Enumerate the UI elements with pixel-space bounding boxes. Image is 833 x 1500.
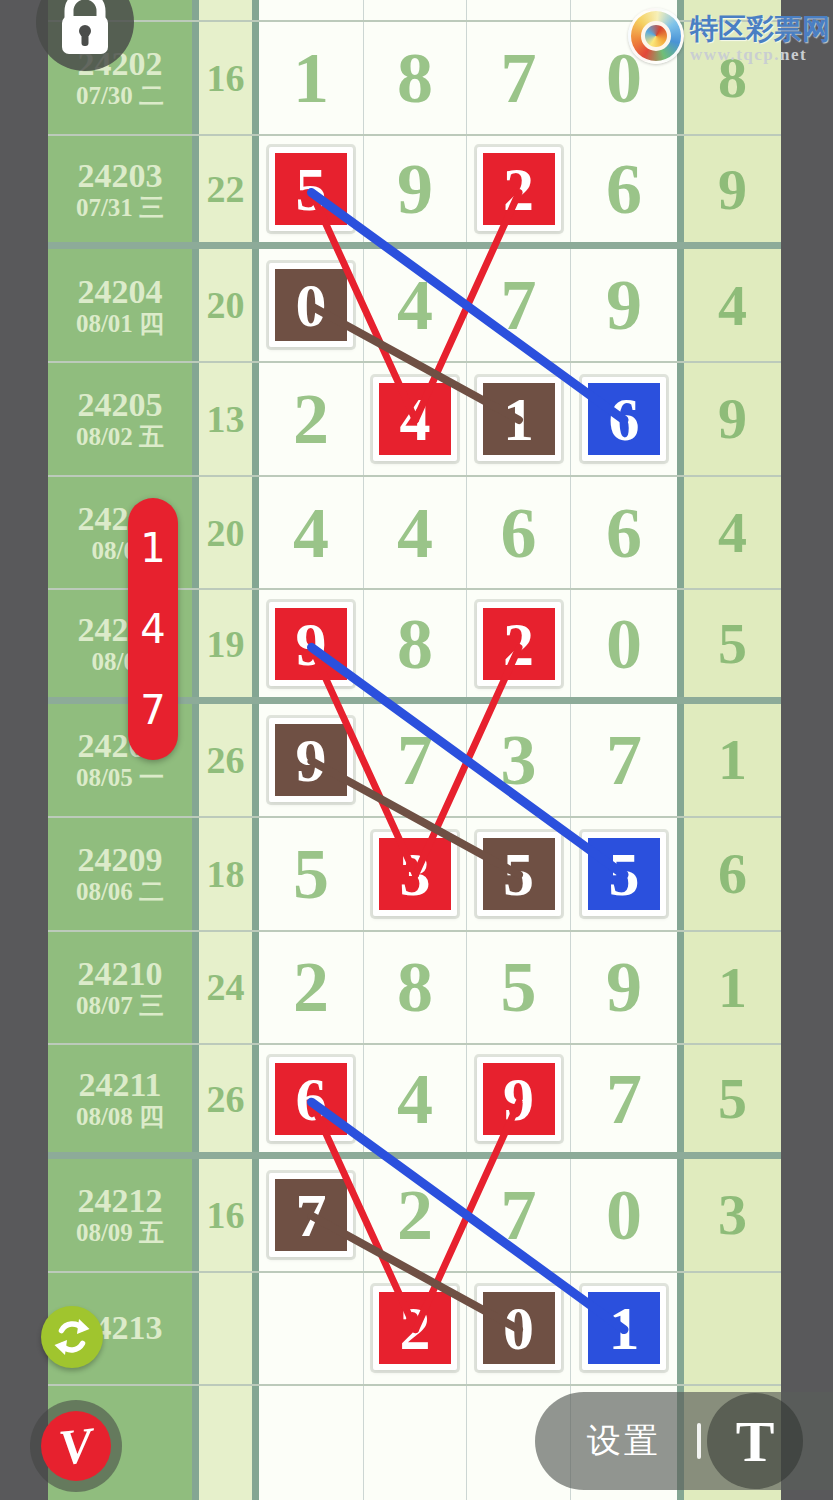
lock-icon xyxy=(36,0,134,71)
digit-square-brown: 5 xyxy=(477,832,561,916)
digit-plain: 7 xyxy=(606,1063,642,1135)
digit-cell: 2 xyxy=(259,932,364,1044)
sum-cell: 16 xyxy=(192,22,259,134)
digit-square-brown: 0 xyxy=(269,263,353,347)
digit-plain: 0 xyxy=(606,1179,642,1251)
digit-square-red: 2 xyxy=(477,147,561,231)
digit-cell: 5 xyxy=(259,818,364,930)
digit-plain: 2 xyxy=(293,951,329,1023)
trend-row-24203: 2420307/31 三2259269 xyxy=(48,136,781,250)
period-cell: 2421208/09 五 xyxy=(48,1159,192,1271)
digit-plain: 8 xyxy=(397,951,433,1023)
settings-bar: 设置 T xyxy=(535,1392,833,1490)
digit-cell: 7 xyxy=(364,704,467,816)
sum-cell xyxy=(192,0,259,20)
refresh-icon xyxy=(41,1306,103,1368)
digit-cell: 4 xyxy=(259,477,364,589)
selected-number[interactable]: 7 xyxy=(140,690,165,730)
tail-cell: 9 xyxy=(684,136,781,243)
digit-cell: 6 xyxy=(571,477,684,589)
digit-cell: 5 xyxy=(467,932,571,1044)
tail-cell: 5 xyxy=(684,1045,781,1152)
digit-plain: 4 xyxy=(293,497,329,569)
digit-cell xyxy=(259,1386,364,1500)
sum-cell xyxy=(192,1386,259,1500)
tail-cell: 5 xyxy=(684,590,781,697)
digit-cell: 2 xyxy=(259,363,364,475)
digit-plain: 7 xyxy=(397,724,433,796)
digit-square-red: 5 xyxy=(269,147,353,231)
digit-plain: 2 xyxy=(397,1179,433,1251)
digit-plain: 0 xyxy=(606,608,642,680)
tail-cell: 9 xyxy=(684,363,781,475)
digit-square-blue: 1 xyxy=(582,1286,666,1370)
digit-cell: 9 xyxy=(364,136,467,243)
trend-row-24210: 2421008/07 三2428591 xyxy=(48,932,781,1046)
digit-cell: 9 xyxy=(571,249,684,361)
period-date: 08/01 四 xyxy=(76,311,164,336)
digit-cell: 0 xyxy=(571,1159,684,1271)
period-number: 24204 xyxy=(78,275,163,309)
refresh-button[interactable] xyxy=(41,1306,103,1368)
text-tool-icon: T xyxy=(736,1408,775,1475)
digit-plain: 8 xyxy=(397,42,433,114)
period-cell: 2421108/08 四 xyxy=(48,1045,192,1152)
trend-row-24209: 2420908/06 二1853556 xyxy=(48,818,781,932)
digit-square-red: 2 xyxy=(373,1286,457,1370)
sum-cell xyxy=(192,1273,259,1385)
digit-cell: 3 xyxy=(467,704,571,816)
text-tool-button[interactable]: T xyxy=(707,1393,803,1489)
digit-cell: 2 xyxy=(467,136,571,243)
digit-cell: 7 xyxy=(467,249,571,361)
digit-cell: 8 xyxy=(364,932,467,1044)
digit-cell: 5 xyxy=(467,818,571,930)
tail-cell: 4 xyxy=(684,249,781,361)
digit-cell: 6 xyxy=(571,363,684,475)
trend-row-24204: 2420408/01 四2004794 xyxy=(48,249,781,363)
digit-plain: 4 xyxy=(397,497,433,569)
logo-swirl-icon xyxy=(628,8,684,64)
digit-cell: 0 xyxy=(571,590,684,697)
sum-cell: 20 xyxy=(192,249,259,361)
digit-cell: 4 xyxy=(364,477,467,589)
digit-cell: 6 xyxy=(571,136,684,243)
digit-square-blue: 5 xyxy=(582,832,666,916)
digit-cell: 6 xyxy=(467,477,571,589)
digit-cell xyxy=(259,1273,364,1385)
v-button[interactable]: V xyxy=(41,1411,111,1481)
sum-cell: 18 xyxy=(192,818,259,930)
period-date: 07/30 二 xyxy=(76,83,164,108)
tail-cell: 1 xyxy=(684,932,781,1044)
selected-number[interactable]: 1 xyxy=(140,528,165,568)
tail-cell: 1 xyxy=(684,704,781,816)
period-cell: 2420408/01 四 xyxy=(48,249,192,361)
digit-plain: 7 xyxy=(501,42,537,114)
period-date: 07/31 三 xyxy=(76,195,164,220)
period-cell: 2420908/06 二 xyxy=(48,818,192,930)
digit-plain: 4 xyxy=(397,269,433,341)
digit-square-red: 9 xyxy=(269,602,353,686)
digit-cell: 7 xyxy=(467,1159,571,1271)
period-number: 24212 xyxy=(78,1184,163,1218)
digit-plain: 8 xyxy=(397,608,433,680)
sum-cell: 13 xyxy=(192,363,259,475)
digit-cell: 2 xyxy=(467,590,571,697)
sum-cell: 22 xyxy=(192,136,259,243)
trend-row-24213: 24213201 xyxy=(48,1273,781,1387)
period-cell: 2420508/02 五 xyxy=(48,363,192,475)
digit-cell: 9 xyxy=(259,704,364,816)
lock-button[interactable] xyxy=(36,0,134,71)
period-date: 08/02 五 xyxy=(76,424,164,449)
digit-cell: 1 xyxy=(259,22,364,134)
digit-cell xyxy=(364,1386,467,1500)
digit-cell xyxy=(259,0,364,20)
digit-square-red: 9 xyxy=(477,1057,561,1141)
trend-row-24205: 2420508/02 五1324169 xyxy=(48,363,781,477)
digit-plain: 9 xyxy=(606,951,642,1023)
period-number: 24211 xyxy=(78,1068,161,1102)
digit-square-red: 6 xyxy=(269,1057,353,1141)
period-date: 08/05 一 xyxy=(76,765,164,790)
tail-cell: 4 xyxy=(684,477,781,589)
digit-cell: 9 xyxy=(467,1045,571,1152)
digit-cell: 3 xyxy=(364,818,467,930)
period-number: 24205 xyxy=(78,388,163,422)
digit-cell: 8 xyxy=(364,590,467,697)
selected-numbers-pill[interactable]: 147 xyxy=(128,498,178,760)
sum-cell: 16 xyxy=(192,1159,259,1271)
logo-text: 特区彩票网 www.tqcp.net xyxy=(690,8,830,65)
digit-cell: 6 xyxy=(259,1045,364,1152)
period-date: 08/09 五 xyxy=(76,1220,164,1245)
trend-row-24212: 2421208/09 五1672703 xyxy=(48,1159,781,1273)
selected-number[interactable]: 4 xyxy=(140,609,165,649)
period-number: 24209 xyxy=(78,843,163,877)
settings-button[interactable]: 设置 xyxy=(587,1392,661,1490)
digit-square-red: 4 xyxy=(373,377,457,461)
digit-cell: 4 xyxy=(364,249,467,361)
sum-cell: 26 xyxy=(192,704,259,816)
digit-cell: 7 xyxy=(571,1045,684,1152)
digit-cell: 9 xyxy=(571,932,684,1044)
v-button-ring: V xyxy=(30,1400,122,1492)
period-date: 08/06 二 xyxy=(76,879,164,904)
tail-cell xyxy=(684,1273,781,1385)
tail-cell: 3 xyxy=(684,1159,781,1271)
digit-square-brown: 0 xyxy=(477,1286,561,1370)
digit-cell: 5 xyxy=(259,136,364,243)
sum-cell: 20 xyxy=(192,477,259,589)
digit-plain: 4 xyxy=(397,1063,433,1135)
period-number: 24203 xyxy=(78,159,163,193)
digit-cell: 8 xyxy=(364,22,467,134)
sum-cell: 19 xyxy=(192,590,259,697)
digit-square-red: 3 xyxy=(373,832,457,916)
digit-cell xyxy=(364,0,467,20)
site-logo: 特区彩票网 www.tqcp.net xyxy=(628,8,830,65)
v-button-glyph: V xyxy=(56,1415,95,1476)
digit-square-red: 2 xyxy=(477,602,561,686)
digit-cell: 7 xyxy=(571,704,684,816)
period-date: 08/08 四 xyxy=(76,1104,164,1129)
trend-row-24211: 2421108/08 四2664975 xyxy=(48,1045,781,1159)
sum-cell: 26 xyxy=(192,1045,259,1152)
digit-cell: 9 xyxy=(259,590,364,697)
digit-plain: 2 xyxy=(293,383,329,455)
digit-plain: 6 xyxy=(501,497,537,569)
digit-plain: 7 xyxy=(501,1179,537,1251)
digit-cell: 2 xyxy=(364,1159,467,1271)
digit-cell xyxy=(467,0,571,20)
digit-cell: 0 xyxy=(467,1273,571,1385)
digit-square-blue: 6 xyxy=(582,377,666,461)
period-cell: 2421008/07 三 xyxy=(48,932,192,1044)
digit-plain: 9 xyxy=(606,269,642,341)
lottery-trend-chart-screen: 2420207/30 二16187082420307/31 三225926924… xyxy=(0,0,833,1500)
digit-plain: 5 xyxy=(293,838,329,910)
digit-cell: 4 xyxy=(364,363,467,475)
digit-cell: 2 xyxy=(364,1273,467,1385)
period-date: 08/07 三 xyxy=(76,993,164,1018)
digit-cell: 1 xyxy=(571,1273,684,1385)
digit-plain: 7 xyxy=(606,724,642,796)
digit-plain: 6 xyxy=(606,153,642,225)
digit-plain: 6 xyxy=(606,497,642,569)
logo-url: www.tqcp.net xyxy=(690,45,830,65)
digit-cell: 1 xyxy=(467,363,571,475)
settings-divider xyxy=(697,1423,701,1459)
digit-plain: 3 xyxy=(501,724,537,796)
sum-cell: 24 xyxy=(192,932,259,1044)
digit-plain: 9 xyxy=(397,153,433,225)
digit-plain: 7 xyxy=(501,269,537,341)
digit-cell: 7 xyxy=(467,22,571,134)
digit-cell: 5 xyxy=(571,818,684,930)
digit-cell: 0 xyxy=(259,249,364,361)
period-number: 24210 xyxy=(78,957,163,991)
period-cell: 2420307/31 三 xyxy=(48,136,192,243)
digit-plain: 5 xyxy=(501,951,537,1023)
left-gutter xyxy=(0,0,48,1500)
digit-plain: 1 xyxy=(293,42,329,114)
digit-cell: 4 xyxy=(364,1045,467,1152)
digit-square-brown: 9 xyxy=(269,718,353,802)
logo-title: 特区彩票网 xyxy=(690,14,830,44)
digit-cell: 7 xyxy=(259,1159,364,1271)
right-gutter xyxy=(781,0,833,1500)
digit-square-brown: 1 xyxy=(477,377,561,461)
digit-square-brown: 7 xyxy=(269,1173,353,1257)
tail-cell: 6 xyxy=(684,818,781,930)
